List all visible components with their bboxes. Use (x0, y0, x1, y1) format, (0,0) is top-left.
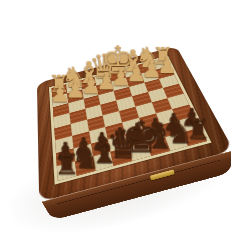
chess-set: ♜♞♝♛♚♝♞♜♟♟♟♟♟♟♟♟♟♟♟♟♟♟♟♟♜♞♝♛♚♝♞♜ (0, 0, 250, 250)
product-photo: ♜♞♝♛♚♝♞♜♟♟♟♟♟♟♟♟♟♟♟♟♟♟♟♟♜♞♝♛♚♝♞♜ (0, 0, 250, 250)
wooden-box: ♜♞♝♛♚♝♞♜♟♟♟♟♟♟♟♟♟♟♟♟♟♟♟♟♜♞♝♛♚♝♞♜ (37, 46, 234, 202)
piece-black-rook: ♜ (185, 116, 210, 144)
square-a4 (54, 113, 71, 128)
piece-white-pawn: ♟ (157, 54, 177, 77)
square-h8: ♜ (183, 128, 207, 146)
brass-latch (150, 169, 175, 180)
chess-set-3d: ♜♞♝♛♚♝♞♜♟♟♟♟♟♟♟♟♟♟♟♟♟♟♟♟♜♞♝♛♚♝♞♜ (37, 46, 234, 202)
